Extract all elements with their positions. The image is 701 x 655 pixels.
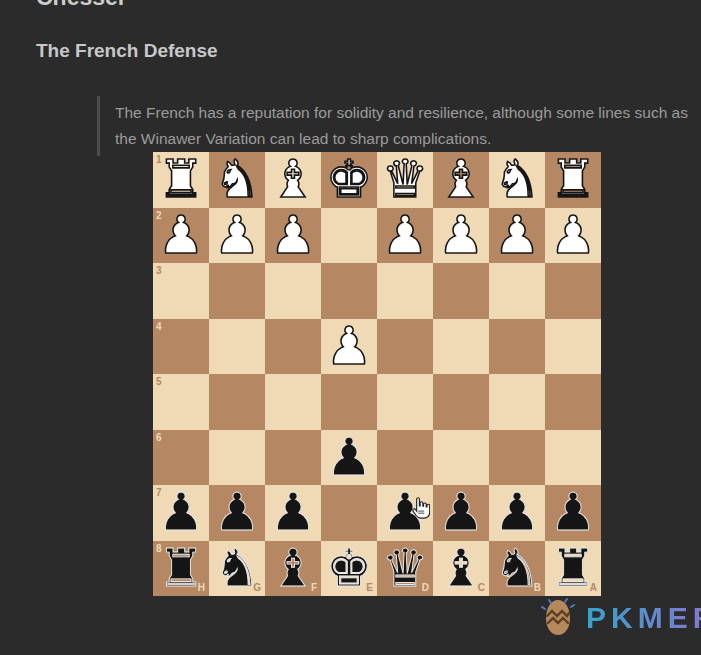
piece-white-pawn[interactable]: ♟ bbox=[438, 208, 485, 263]
square-b7[interactable]: ♟ bbox=[489, 485, 545, 541]
square-b1[interactable]: ♞ bbox=[489, 152, 545, 208]
section-heading: The French Defense bbox=[36, 39, 218, 63]
rank-label-6: 6 bbox=[156, 433, 162, 443]
file-label-g: G bbox=[253, 583, 261, 593]
piece-white-knight[interactable]: ♞ bbox=[214, 152, 261, 207]
quote-text: The French has a reputation for solidity… bbox=[115, 100, 689, 152]
square-g5[interactable] bbox=[209, 374, 265, 430]
square-b6[interactable] bbox=[489, 430, 545, 486]
square-a2[interactable]: ♟ bbox=[545, 208, 601, 264]
chess-board[interactable]: 1♜♞♝♚♛♝♞♜2♟♟♟♟♟♟♟34♟56♟7♟♟♟♟♟♟♟8H♜G♞F♝E♚… bbox=[153, 152, 601, 596]
square-h2[interactable]: 2♟ bbox=[153, 208, 209, 264]
square-c2[interactable]: ♟ bbox=[433, 208, 489, 264]
file-label-c: C bbox=[478, 583, 485, 593]
square-d2[interactable]: ♟ bbox=[377, 208, 433, 264]
square-h5[interactable]: 5 bbox=[153, 374, 209, 430]
square-g2[interactable]: ♟ bbox=[209, 208, 265, 264]
square-d5[interactable] bbox=[377, 374, 433, 430]
piece-black-pawn[interactable]: ♟ bbox=[438, 485, 485, 540]
square-a4[interactable] bbox=[545, 319, 601, 375]
square-g3[interactable] bbox=[209, 263, 265, 319]
square-a1[interactable]: ♜ bbox=[545, 152, 601, 208]
quote-block: The French has a reputation for solidity… bbox=[97, 96, 689, 156]
piece-white-bishop[interactable]: ♝ bbox=[270, 152, 317, 207]
square-g8[interactable]: G♞ bbox=[209, 541, 265, 597]
square-h4[interactable]: 4 bbox=[153, 319, 209, 375]
square-e6[interactable]: ♟ bbox=[321, 430, 377, 486]
square-f7[interactable]: ♟ bbox=[265, 485, 321, 541]
file-label-a: A bbox=[590, 583, 597, 593]
file-label-d: D bbox=[422, 583, 429, 593]
square-c3[interactable] bbox=[433, 263, 489, 319]
hand-pointer-cursor-icon bbox=[410, 497, 430, 521]
square-d1[interactable]: ♛ bbox=[377, 152, 433, 208]
square-a3[interactable] bbox=[545, 263, 601, 319]
rank-label-4: 4 bbox=[156, 322, 162, 332]
square-g1[interactable]: ♞ bbox=[209, 152, 265, 208]
square-a6[interactable] bbox=[545, 430, 601, 486]
square-c6[interactable] bbox=[433, 430, 489, 486]
square-g4[interactable] bbox=[209, 319, 265, 375]
square-d4[interactable] bbox=[377, 319, 433, 375]
piece-white-rook[interactable]: ♜ bbox=[158, 152, 205, 207]
piece-black-pawn[interactable]: ♟ bbox=[214, 485, 261, 540]
piece-black-pawn[interactable]: ♟ bbox=[550, 485, 597, 540]
square-e2[interactable] bbox=[321, 208, 377, 264]
square-a7[interactable]: ♟ bbox=[545, 485, 601, 541]
square-h1[interactable]: 1♜ bbox=[153, 152, 209, 208]
square-d3[interactable] bbox=[377, 263, 433, 319]
square-f6[interactable] bbox=[265, 430, 321, 486]
file-label-e: E bbox=[366, 583, 373, 593]
pkmer-logo-text: PKMER bbox=[586, 601, 701, 635]
piece-black-pawn[interactable]: ♟ bbox=[494, 485, 541, 540]
square-e1[interactable]: ♚ bbox=[321, 152, 377, 208]
piece-white-pawn[interactable]: ♟ bbox=[270, 208, 317, 263]
square-f5[interactable] bbox=[265, 374, 321, 430]
square-h7[interactable]: 7♟ bbox=[153, 485, 209, 541]
square-f2[interactable]: ♟ bbox=[265, 208, 321, 264]
rank-label-2: 2 bbox=[156, 211, 162, 221]
file-label-h: H bbox=[198, 583, 205, 593]
file-label-f: F bbox=[311, 583, 317, 593]
square-c4[interactable] bbox=[433, 319, 489, 375]
square-a8[interactable]: A♜ bbox=[545, 541, 601, 597]
square-d8[interactable]: D♛ bbox=[377, 541, 433, 597]
pkmer-egg-icon bbox=[536, 597, 580, 639]
square-c8[interactable]: C♝ bbox=[433, 541, 489, 597]
rank-label-8: 8 bbox=[156, 544, 162, 554]
piece-white-pawn[interactable]: ♟ bbox=[158, 208, 205, 263]
square-a5[interactable] bbox=[545, 374, 601, 430]
square-e3[interactable] bbox=[321, 263, 377, 319]
square-b2[interactable]: ♟ bbox=[489, 208, 545, 264]
piece-white-pawn[interactable]: ♟ bbox=[550, 208, 597, 263]
square-e7[interactable] bbox=[321, 485, 377, 541]
page-title: Chesser bbox=[36, 0, 127, 11]
rank-label-7: 7 bbox=[156, 488, 162, 498]
square-f8[interactable]: F♝ bbox=[265, 541, 321, 597]
piece-white-king[interactable]: ♚ bbox=[326, 152, 373, 207]
square-f1[interactable]: ♝ bbox=[265, 152, 321, 208]
square-d6[interactable] bbox=[377, 430, 433, 486]
piece-white-queen[interactable]: ♛ bbox=[382, 152, 429, 207]
piece-black-bishop[interactable]: ♝ bbox=[270, 541, 317, 596]
square-c1[interactable]: ♝ bbox=[433, 152, 489, 208]
rank-label-5: 5 bbox=[156, 377, 162, 387]
square-f3[interactable] bbox=[265, 263, 321, 319]
square-g6[interactable] bbox=[209, 430, 265, 486]
square-h8[interactable]: 8H♜ bbox=[153, 541, 209, 597]
square-c7[interactable]: ♟ bbox=[433, 485, 489, 541]
square-h3[interactable]: 3 bbox=[153, 263, 209, 319]
square-b3[interactable] bbox=[489, 263, 545, 319]
square-b8[interactable]: B♞ bbox=[489, 541, 545, 597]
square-b5[interactable] bbox=[489, 374, 545, 430]
piece-white-pawn[interactable]: ♟ bbox=[382, 208, 429, 263]
square-f4[interactable] bbox=[265, 319, 321, 375]
piece-white-knight[interactable]: ♞ bbox=[494, 152, 541, 207]
piece-black-pawn[interactable]: ♟ bbox=[270, 485, 317, 540]
piece-black-king[interactable]: ♚ bbox=[326, 541, 373, 596]
square-b4[interactable] bbox=[489, 319, 545, 375]
pkmer-watermark-logo[interactable]: PKMER bbox=[536, 596, 701, 640]
piece-white-pawn[interactable]: ♟ bbox=[494, 208, 541, 263]
square-c5[interactable] bbox=[433, 374, 489, 430]
rank-label-3: 3 bbox=[156, 266, 162, 276]
piece-white-pawn[interactable]: ♟ bbox=[214, 208, 261, 263]
piece-black-pawn[interactable]: ♟ bbox=[326, 430, 373, 485]
square-e5[interactable] bbox=[321, 374, 377, 430]
square-e8[interactable]: E♚ bbox=[321, 541, 377, 597]
piece-white-pawn[interactable]: ♟ bbox=[326, 319, 373, 374]
piece-white-rook[interactable]: ♜ bbox=[550, 152, 597, 207]
rank-label-1: 1 bbox=[156, 155, 162, 165]
square-g7[interactable]: ♟ bbox=[209, 485, 265, 541]
square-h6[interactable]: 6 bbox=[153, 430, 209, 486]
file-label-b: B bbox=[534, 583, 541, 593]
piece-black-pawn[interactable]: ♟ bbox=[158, 485, 205, 540]
piece-white-bishop[interactable]: ♝ bbox=[438, 152, 485, 207]
square-e4[interactable]: ♟ bbox=[321, 319, 377, 375]
